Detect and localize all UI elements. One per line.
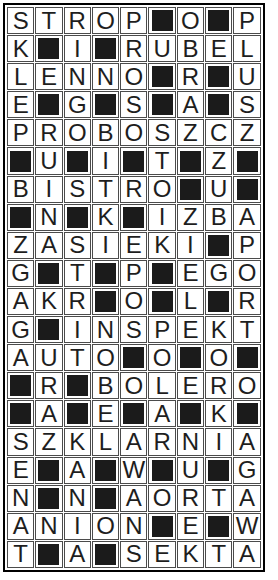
letter-cell-r13c1[interactable]: A [7,344,34,371]
block-fill [38,319,59,340]
letter-cell-r9c9[interactable]: P [233,232,260,259]
block-cell-r13c9 [233,344,260,371]
letter-cell-r9c4[interactable]: I [92,232,119,259]
block-cell-r15c5 [120,400,147,427]
block-cell-r10c6 [148,260,175,287]
letter-cell-r4c9[interactable]: S [233,91,260,118]
letter-cell-r13c6[interactable]: O [148,344,175,371]
block-fill [152,263,173,284]
letter-cell-r14c6[interactable]: L [148,372,175,399]
block-fill [208,94,229,115]
letter-cell-r20c7[interactable]: K [177,541,204,568]
block-fill [123,347,144,368]
block-fill [10,207,31,228]
block-cell-r12c2 [35,316,62,343]
letter-cell-r6c6[interactable]: T [148,147,175,174]
letter-cell-r15c6[interactable]: A [148,400,175,427]
letter-cell-r14c5[interactable]: O [120,372,147,399]
letter-cell-r3c4[interactable]: N [92,63,119,90]
block-cell-r20c4 [92,541,119,568]
block-fill [152,460,173,481]
letter-cell-r16c6[interactable]: R [148,428,175,455]
block-fill [67,151,88,172]
block-fill [237,403,258,424]
letter-cell-r18c6[interactable]: O [148,485,175,512]
block-cell-r8c3 [64,204,91,231]
letter-cell-r2c6[interactable]: U [148,35,175,62]
block-fill [95,94,116,115]
letter-cell-r9c2[interactable]: A [35,232,62,259]
block-cell-r13c7 [177,344,204,371]
letter-cell-r16c9[interactable]: A [233,428,260,455]
block-fill [208,460,229,481]
block-cell-r8c5 [120,204,147,231]
letter-cell-r3c1[interactable]: L [7,63,34,90]
block-fill [95,460,116,481]
letter-cell-r19c2[interactable]: N [35,513,62,540]
letter-cell-r3c7[interactable]: R [177,63,204,90]
block-fill [67,375,88,396]
block-fill [237,347,258,368]
block-fill [67,207,88,228]
block-cell-r13c5 [120,344,147,371]
letter-cell-r13c4[interactable]: O [92,344,119,371]
block-fill [10,403,31,424]
block-cell-r8c1 [7,204,34,231]
block-fill [208,516,229,537]
block-fill [152,10,173,31]
block-fill [152,66,173,87]
block-cell-r15c7 [177,400,204,427]
letter-cell-r18c1[interactable]: N [7,485,34,512]
letter-cell-r2c1[interactable]: K [7,35,34,62]
block-fill [95,544,116,565]
letter-cell-r18c9[interactable]: A [233,485,260,512]
letter-cell-r10c1[interactable]: G [7,260,34,287]
letter-cell-r20c6[interactable]: E [148,541,175,568]
block-cell-r18c2 [35,485,62,512]
letter-cell-r5c5[interactable]: O [120,119,147,146]
block-cell-r3c8 [205,63,232,90]
block-cell-r14c1 [7,372,34,399]
letter-cell-r3c3[interactable]: N [64,63,91,90]
letter-cell-r14c8[interactable]: R [205,372,232,399]
letter-cell-r11c3[interactable]: R [64,288,91,315]
block-cell-r2c4 [92,35,119,62]
letter-cell-r11c2[interactable]: K [35,288,62,315]
block-fill [38,94,59,115]
letter-cell-r19c1[interactable]: A [7,513,34,540]
letter-cell-r3c9[interactable]: U [233,63,260,90]
block-fill [208,235,229,256]
block-cell-r15c1 [7,400,34,427]
block-fill [95,488,116,509]
letter-cell-r9c7[interactable]: I [177,232,204,259]
letter-cell-r1c9[interactable]: P [233,7,260,34]
letter-cell-r19c3[interactable]: I [64,513,91,540]
letter-cell-r5c4[interactable]: B [92,119,119,146]
letter-cell-r4c3[interactable]: G [64,91,91,118]
block-cell-r17c8 [205,457,232,484]
letter-cell-r1c1[interactable]: S [7,7,34,34]
letter-cell-r6c8[interactable]: Z [205,147,232,174]
letter-cell-r12c5[interactable]: S [120,316,147,343]
letter-cell-r8c2[interactable]: N [35,204,62,231]
letter-cell-r6c4[interactable]: I [92,147,119,174]
letter-cell-r13c8[interactable]: O [205,344,232,371]
block-fill [123,151,144,172]
letter-cell-r12c7[interactable]: E [177,316,204,343]
letter-cell-r3c2[interactable]: E [35,63,62,90]
letter-cell-r1c4[interactable]: O [92,7,119,34]
block-fill [38,488,59,509]
letter-cell-r7c1[interactable]: B [7,176,34,203]
block-fill [95,263,116,284]
block-fill [180,403,201,424]
block-fill [208,10,229,31]
block-fill [38,263,59,284]
letter-cell-r15c8[interactable]: K [205,400,232,427]
block-cell-r4c4 [92,91,119,118]
letter-cell-r2c3[interactable]: I [64,35,91,62]
letter-cell-r4c1[interactable]: E [7,91,34,118]
letter-cell-r4c5[interactable]: S [120,91,147,118]
letter-cell-r8c7[interactable]: Z [177,204,204,231]
letter-cell-r19c9[interactable]: W [233,513,260,540]
letter-cell-r20c8[interactable]: T [205,541,232,568]
block-fill [180,347,201,368]
letter-cell-r5c2[interactable]: R [35,119,62,146]
letter-cell-r14c2[interactable]: R [35,372,62,399]
letter-cell-r6c2[interactable]: U [35,147,62,174]
letter-cell-r2c5[interactable]: R [120,35,147,62]
letter-cell-r12c9[interactable]: T [233,316,260,343]
letter-cell-r19c7[interactable]: E [177,513,204,540]
letter-cell-r18c3[interactable]: N [64,485,91,512]
block-cell-r7c7 [177,176,204,203]
block-fill [95,38,116,59]
block-cell-r1c6 [148,7,175,34]
block-fill [123,207,144,228]
letter-cell-r10c9[interactable]: O [233,260,260,287]
letter-cell-r2c9[interactable]: L [233,35,260,62]
letter-cell-r16c8[interactable]: I [205,428,232,455]
block-cell-r17c6 [148,457,175,484]
letter-cell-r10c7[interactable]: E [177,260,204,287]
letter-cell-r8c9[interactable]: A [233,204,260,231]
letter-cell-r16c1[interactable]: S [7,428,34,455]
block-cell-r20c2 [35,541,62,568]
letter-cell-r16c3[interactable]: K [64,428,91,455]
block-fill [208,291,229,312]
block-cell-r1c8 [205,7,232,34]
block-fill [123,403,144,424]
letter-cell-r5c3[interactable]: O [64,119,91,146]
letter-cell-r7c8[interactable]: U [205,176,232,203]
block-cell-r18c4 [92,485,119,512]
letter-cell-r1c2[interactable]: T [35,7,62,34]
letter-cell-r12c8[interactable]: K [205,316,232,343]
block-fill [95,291,116,312]
letter-cell-r16c4[interactable]: L [92,428,119,455]
block-fill [152,516,173,537]
letter-cell-r7c5[interactable]: R [120,176,147,203]
block-fill [208,66,229,87]
letter-cell-r20c1[interactable]: T [7,541,34,568]
letter-cell-r7c3[interactable]: S [64,176,91,203]
letter-cell-r5c6[interactable]: S [148,119,175,146]
block-cell-r6c7 [177,147,204,174]
block-cell-r19c6 [148,513,175,540]
block-cell-r3c6 [148,63,175,90]
block-cell-r7c9 [233,176,260,203]
letter-cell-r8c6[interactable]: I [148,204,175,231]
letter-cell-r1c5[interactable]: P [120,7,147,34]
block-cell-r2c2 [35,35,62,62]
letter-cell-r13c2[interactable]: U [35,344,62,371]
block-fill [38,38,59,59]
letter-cell-r14c7[interactable]: E [177,372,204,399]
block-cell-r4c2 [35,91,62,118]
letter-cell-r1c7[interactable]: O [177,7,204,34]
letter-cell-r17c7[interactable]: U [177,457,204,484]
block-cell-r6c9 [233,147,260,174]
letter-cell-r20c9[interactable]: A [233,541,260,568]
letter-cell-r11c9[interactable]: R [233,288,260,315]
letter-cell-r20c3[interactable]: A [64,541,91,568]
letter-cell-r18c5[interactable]: A [120,485,147,512]
letter-cell-r11c5[interactable]: O [120,288,147,315]
block-cell-r6c5 [120,147,147,174]
block-cell-r17c2 [35,457,62,484]
block-fill [152,94,173,115]
letter-cell-r1c3[interactable]: R [64,7,91,34]
letter-cell-r5c9[interactable]: Z [233,119,260,146]
letter-cell-r10c3[interactable]: T [64,260,91,287]
letter-cell-r10c5[interactable]: P [120,260,147,287]
letter-cell-r12c4[interactable]: N [92,316,119,343]
letter-cell-r8c4[interactable]: K [92,204,119,231]
block-cell-r6c1 [7,147,34,174]
crossword-board: STROPOPKIRUBELLENNORUEGSASPROBOSZCZUITZB… [3,3,265,572]
letter-cell-r5c7[interactable]: Z [177,119,204,146]
letter-cell-r5c1[interactable]: P [7,119,34,146]
letter-cell-r9c5[interactable]: E [120,232,147,259]
block-fill [10,151,31,172]
block-fill [38,544,59,565]
letter-cell-r17c3[interactable]: A [64,457,91,484]
letter-cell-r13c3[interactable]: T [64,344,91,371]
letter-cell-r7c4[interactable]: T [92,176,119,203]
letter-cell-r20c5[interactable]: S [120,541,147,568]
letter-cell-r19c5[interactable]: N [120,513,147,540]
block-cell-r4c6 [148,91,175,118]
letter-cell-r14c9[interactable]: O [233,372,260,399]
block-fill [237,179,258,200]
letter-cell-r12c6[interactable]: P [148,316,175,343]
block-cell-r11c8 [205,288,232,315]
letter-cell-r12c3[interactable]: I [64,316,91,343]
block-cell-r15c9 [233,400,260,427]
letter-cell-r16c7[interactable]: N [177,428,204,455]
block-fill [10,375,31,396]
block-fill [152,291,173,312]
letter-cell-r15c2[interactable]: A [35,400,62,427]
block-fill [180,179,201,200]
block-cell-r4c8 [205,91,232,118]
block-cell-r11c6 [148,288,175,315]
letter-cell-r9c3[interactable]: S [64,232,91,259]
letter-cell-r18c7[interactable]: R [177,485,204,512]
block-cell-r17c4 [92,457,119,484]
letter-cell-r16c2[interactable]: Z [35,428,62,455]
block-fill [180,151,201,172]
letter-cell-r17c1[interactable]: E [7,457,34,484]
block-cell-r6c3 [64,147,91,174]
letter-cell-r16c5[interactable]: A [120,428,147,455]
letter-cell-r8c8[interactable]: B [205,204,232,231]
block-cell-r9c8 [205,232,232,259]
block-cell-r19c8 [205,513,232,540]
letter-cell-r11c1[interactable]: A [7,288,34,315]
block-cell-r15c3 [64,400,91,427]
crossword-grid: STROPOPKIRUBELLENNORUEGSASPROBOSZCZUITZB… [7,7,261,568]
block-cell-r14c3 [64,372,91,399]
letter-cell-r7c6[interactable]: O [148,176,175,203]
letter-cell-r9c6[interactable]: K [148,232,175,259]
letter-cell-r7c2[interactable]: I [35,176,62,203]
letter-cell-r12c1[interactable]: G [7,316,34,343]
block-cell-r11c4 [92,288,119,315]
block-cell-r10c4 [92,260,119,287]
block-cell-r10c2 [35,260,62,287]
letter-cell-r9c1[interactable]: Z [7,232,34,259]
block-fill [237,151,258,172]
letter-cell-r3c5[interactable]: O [120,63,147,90]
letter-cell-r17c5[interactable]: W [120,457,147,484]
letter-cell-r19c4[interactable]: O [92,513,119,540]
block-fill [38,460,59,481]
letter-cell-r5c8[interactable]: C [205,119,232,146]
letter-cell-r11c7[interactable]: L [177,288,204,315]
letter-cell-r17c9[interactable]: G [233,457,260,484]
letter-cell-r15c4[interactable]: E [92,400,119,427]
letter-cell-r14c4[interactable]: B [92,372,119,399]
letter-cell-r2c8[interactable]: E [205,35,232,62]
block-fill [67,403,88,424]
letter-cell-r10c8[interactable]: G [205,260,232,287]
letter-cell-r2c7[interactable]: B [177,35,204,62]
letter-cell-r4c7[interactable]: A [177,91,204,118]
letter-cell-r18c8[interactable]: T [205,485,232,512]
